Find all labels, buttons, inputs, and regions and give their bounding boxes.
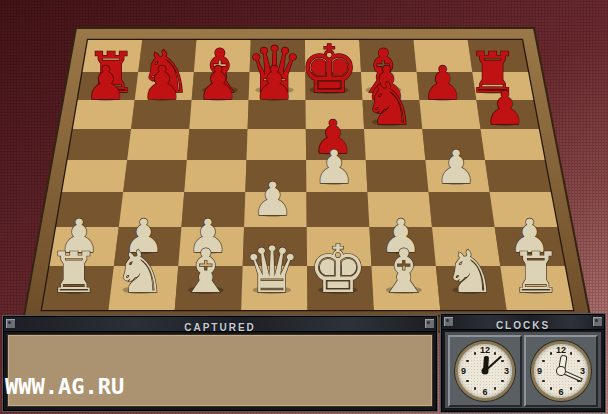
piece-red-pawn-h6[interactable]: ♟ [484, 81, 525, 135]
square-b5[interactable] [127, 129, 189, 160]
clock-tick [494, 387, 497, 390]
piece-red-pawn-c7[interactable]: ♟ [197, 56, 238, 110]
corner-rivet-icon [443, 316, 454, 327]
piece-red-knight-f6[interactable]: ♞ [363, 70, 415, 138]
square-e3[interactable] [306, 192, 369, 227]
piece-red-pawn-a7[interactable]: ♟ [85, 56, 126, 110]
piece-white-bishop-f1[interactable]: ♝ [377, 236, 431, 306]
clock-tick [501, 360, 504, 363]
clock-center-pin [482, 368, 489, 375]
clock-tick [550, 352, 553, 355]
square-c5[interactable] [187, 129, 248, 160]
clock-number-3: 3 [580, 366, 585, 376]
piece-white-queen-d1[interactable]: ♛ [243, 233, 300, 307]
clock-tick [570, 352, 573, 355]
piece-red-pawn-b7[interactable]: ♟ [141, 56, 182, 110]
captured-title-bar: CAPTURED [4, 317, 436, 332]
clock-tick [577, 380, 580, 383]
clocks-title: CLOCKS [496, 320, 550, 331]
game-screen: ♜♞♝♛♚♝♜♟♟♟♟♟♟♞♟♟♟♟♟♟♟♟♟♟♜♞♝♛♚♝♞♜ CAPTURE… [0, 0, 608, 414]
clock-number-9: 9 [537, 366, 542, 376]
clock-tick [494, 352, 497, 355]
clock-tick [570, 387, 573, 390]
clock-number-12: 12 [480, 345, 490, 355]
square-c4[interactable] [184, 160, 246, 192]
clock-tick [550, 387, 553, 390]
piece-white-rook-a1[interactable]: ♜ [49, 240, 99, 305]
square-a4[interactable] [62, 160, 127, 192]
clock-tick [474, 387, 477, 390]
captured-title: CAPTURED [184, 322, 256, 333]
square-g3[interactable] [429, 192, 495, 227]
clock-tick [542, 360, 545, 363]
clocks-body: 12 3 6 9 12 3 6 9 [445, 332, 601, 408]
clock-number-9: 9 [461, 366, 466, 376]
piece-white-pawn-e4[interactable]: ♟ [313, 140, 354, 194]
clock-tick [542, 380, 545, 383]
clock-number-6: 6 [482, 387, 487, 397]
black-clock: 12 3 6 9 [524, 335, 598, 407]
piece-white-bishop-c1[interactable]: ♝ [179, 236, 233, 306]
clocks-panel: CLOCKS 12 3 6 9 12 3 6 [441, 314, 605, 412]
square-a5[interactable] [68, 129, 132, 160]
clock-tick [474, 352, 477, 355]
square-b4[interactable] [123, 160, 187, 192]
chess-board[interactable]: ♜♞♝♛♚♝♜♟♟♟♟♟♟♞♟♟♟♟♟♟♟♟♟♟♜♞♝♛♚♝♞♜ [0, 0, 608, 340]
clock-number-6: 6 [558, 387, 563, 397]
clocks-title-bar: CLOCKS [442, 315, 604, 330]
clock-number-3: 3 [504, 366, 509, 376]
black-clock-face: 12 3 6 9 [531, 341, 591, 401]
piece-white-knight-b1[interactable]: ♞ [114, 238, 166, 306]
clock-number-12: 12 [556, 345, 566, 355]
clock-center-pin [557, 367, 565, 375]
white-clock: 12 3 6 9 [448, 335, 522, 407]
clock-tick [501, 380, 504, 383]
square-h4[interactable] [485, 160, 551, 192]
piece-white-pawn-d3[interactable]: ♟ [252, 172, 293, 226]
corner-rivet-icon [424, 318, 435, 329]
square-f4[interactable] [366, 160, 429, 192]
piece-white-rook-h1[interactable]: ♜ [511, 240, 561, 305]
piece-white-pawn-g4[interactable]: ♟ [436, 140, 477, 194]
clock-tick [466, 380, 469, 383]
corner-rivet-icon [5, 318, 16, 329]
watermark: WWW.AG.RU [5, 374, 124, 399]
corner-rivet-icon [592, 316, 603, 327]
piece-red-king-e8[interactable]: ♚ [299, 31, 358, 108]
clock-tick [577, 360, 580, 363]
piece-red-pawn-d7[interactable]: ♟ [253, 56, 294, 110]
piece-white-knight-g1[interactable]: ♞ [444, 238, 496, 306]
square-d5[interactable] [246, 129, 306, 160]
clock-tick [466, 360, 469, 363]
piece-white-king-e1[interactable]: ♚ [308, 231, 367, 308]
piece-red-pawn-g7[interactable]: ♟ [422, 56, 463, 110]
white-clock-face: 12 3 6 9 [455, 341, 515, 401]
